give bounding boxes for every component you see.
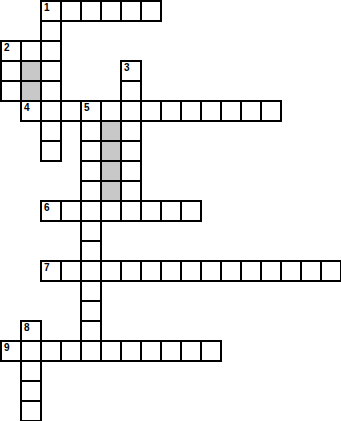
clue-number: 4 (24, 102, 30, 113)
grid-cell[interactable] (260, 260, 282, 282)
grid-cell[interactable]: 3 (120, 60, 142, 82)
grid-cell[interactable] (40, 20, 62, 42)
grid-cell[interactable] (180, 100, 202, 122)
grid-cell[interactable] (320, 260, 341, 282)
grid-cell[interactable] (80, 240, 102, 262)
clue-number: 9 (4, 342, 10, 353)
grid-cell-shaded[interactable] (100, 140, 122, 162)
grid-cell[interactable] (40, 340, 62, 362)
grid-cell[interactable] (180, 260, 202, 282)
grid-cell-shaded[interactable] (20, 80, 42, 102)
grid-cell[interactable] (120, 200, 142, 222)
grid-cell[interactable] (200, 260, 222, 282)
grid-cell[interactable] (80, 260, 102, 282)
grid-cell[interactable] (80, 180, 102, 202)
grid-cell[interactable] (120, 120, 142, 142)
grid-cell[interactable] (180, 340, 202, 362)
clue-number: 1 (44, 2, 50, 13)
clue-number: 2 (4, 42, 10, 53)
grid-cell[interactable] (60, 340, 82, 362)
grid-cell[interactable] (80, 160, 102, 182)
grid-cell[interactable] (0, 80, 22, 102)
grid-cell[interactable] (120, 160, 142, 182)
grid-cell-shaded[interactable] (100, 180, 122, 202)
clue-number: 3 (124, 62, 130, 73)
grid-cell[interactable] (40, 60, 62, 82)
grid-cell[interactable] (220, 260, 242, 282)
grid-cell[interactable] (260, 100, 282, 122)
grid-cell[interactable] (20, 380, 42, 402)
grid-cell[interactable] (240, 260, 262, 282)
grid-cell[interactable]: 9 (0, 340, 22, 362)
grid-cell-shaded[interactable] (100, 120, 122, 142)
grid-cell[interactable] (160, 200, 182, 222)
grid-cell-shaded[interactable] (20, 60, 42, 82)
grid-cell[interactable] (60, 100, 82, 122)
grid-cell[interactable] (60, 260, 82, 282)
grid-cell[interactable] (160, 100, 182, 122)
grid-cell[interactable] (80, 300, 102, 322)
grid-cell[interactable] (20, 400, 42, 421)
grid-cell[interactable] (40, 100, 62, 122)
grid-cell[interactable] (140, 100, 162, 122)
grid-cell[interactable] (220, 100, 242, 122)
grid-cell[interactable]: 4 (20, 100, 42, 122)
grid-cell[interactable] (100, 340, 122, 362)
grid-cell[interactable] (240, 100, 262, 122)
clue-number: 6 (44, 202, 50, 213)
grid-cell[interactable] (160, 260, 182, 282)
grid-cell[interactable] (100, 0, 122, 22)
grid-cell[interactable] (140, 200, 162, 222)
grid-cell[interactable] (100, 260, 122, 282)
grid-cell[interactable] (140, 260, 162, 282)
grid-cell[interactable]: 2 (0, 40, 22, 62)
clue-number: 5 (84, 102, 90, 113)
grid-cell[interactable] (20, 340, 42, 362)
grid-cell[interactable] (100, 200, 122, 222)
grid-cell[interactable] (120, 140, 142, 162)
grid-cell[interactable] (40, 140, 62, 162)
grid-cell[interactable] (20, 360, 42, 382)
grid-cell[interactable] (80, 120, 102, 142)
grid-cell[interactable] (0, 60, 22, 82)
grid-cell[interactable] (120, 100, 142, 122)
grid-cell[interactable] (80, 340, 102, 362)
grid-cell[interactable] (200, 100, 222, 122)
grid-cell-shaded[interactable] (100, 160, 122, 182)
grid-cell[interactable] (80, 280, 102, 302)
grid-cell[interactable] (60, 200, 82, 222)
grid-cell[interactable] (80, 320, 102, 342)
grid-cell[interactable] (160, 340, 182, 362)
grid-cell[interactable] (300, 260, 322, 282)
grid-cell[interactable] (40, 80, 62, 102)
grid-cell[interactable] (120, 180, 142, 202)
grid-cell[interactable] (180, 200, 202, 222)
grid-cell[interactable] (80, 0, 102, 22)
grid-cell[interactable] (120, 80, 142, 102)
grid-cell[interactable]: 8 (20, 320, 42, 342)
grid-cell[interactable]: 5 (80, 100, 102, 122)
grid-cell[interactable] (140, 0, 162, 22)
grid-cell[interactable] (40, 40, 62, 62)
grid-cell[interactable] (60, 0, 82, 22)
clue-number: 7 (44, 262, 50, 273)
clue-number: 8 (24, 322, 30, 333)
grid-cell[interactable] (40, 120, 62, 142)
grid-cell[interactable] (80, 140, 102, 162)
grid-cell[interactable] (120, 340, 142, 362)
grid-cell[interactable] (120, 0, 142, 22)
grid-cell[interactable] (100, 100, 122, 122)
crossword-grid: 123456789 (0, 0, 341, 421)
grid-cell[interactable] (200, 340, 222, 362)
grid-cell[interactable]: 6 (40, 200, 62, 222)
grid-cell[interactable] (120, 260, 142, 282)
grid-cell[interactable] (80, 220, 102, 242)
grid-cell[interactable] (20, 40, 42, 62)
grid-cell[interactable]: 7 (40, 260, 62, 282)
grid-cell[interactable] (140, 340, 162, 362)
grid-cell[interactable] (80, 200, 102, 222)
grid-cell[interactable]: 1 (40, 0, 62, 22)
grid-cell[interactable] (280, 260, 302, 282)
